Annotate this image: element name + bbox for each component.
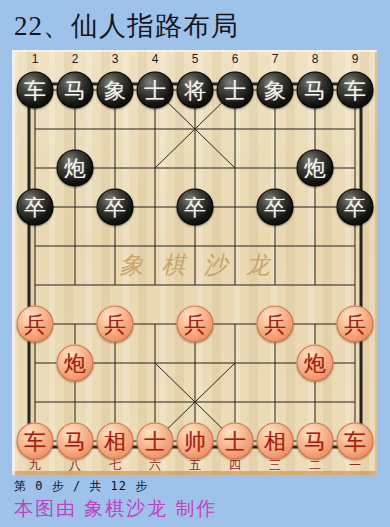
piece-red-车-f1r9[interactable]: 车 [17, 423, 54, 460]
file-label-bottom-3: 七 [109, 459, 121, 472]
file-label-bottom-5: 五 [189, 459, 201, 472]
file-label-top-5: 5 [192, 53, 199, 66]
piece-red-相-f7r9[interactable]: 相 [257, 423, 294, 460]
file-label-top-7: 7 [272, 53, 279, 66]
piece-red-帅-f5r9[interactable]: 帅 [177, 423, 214, 460]
piece-black-马-f2r0[interactable]: 马 [57, 72, 94, 109]
piece-black-卒-f7r3[interactable]: 卒 [257, 189, 294, 226]
piece-red-相-f3r9[interactable]: 相 [97, 423, 134, 460]
piece-black-将-f5r0[interactable]: 将 [177, 72, 214, 109]
file-label-bottom-6: 四 [229, 459, 241, 472]
move-counter: 第 0 步 / 共 12 步 [14, 478, 148, 495]
file-label-top-8: 8 [312, 53, 319, 66]
board: 象棋沙龙 123456789九八七六五四三二一车马象士将士象马车炮炮卒卒卒卒卒兵… [12, 50, 377, 475]
credit-text: 本图由 象棋沙龙 制作 [14, 496, 218, 522]
piece-red-兵-f3r6[interactable]: 兵 [97, 306, 134, 343]
piece-black-士-f6r0[interactable]: 士 [217, 72, 254, 109]
file-label-bottom-8: 二 [309, 459, 321, 472]
file-label-top-4: 4 [152, 53, 159, 66]
file-label-top-2: 2 [72, 53, 79, 66]
piece-black-卒-f3r3[interactable]: 卒 [97, 189, 134, 226]
page-title: 22、仙人指路布局 [14, 8, 384, 44]
file-label-bottom-1: 九 [29, 459, 41, 472]
file-label-top-6: 6 [232, 53, 239, 66]
piece-black-卒-f5r3[interactable]: 卒 [177, 189, 214, 226]
piece-black-炮-f2r2[interactable]: 炮 [57, 150, 94, 187]
piece-red-士-f4r9[interactable]: 士 [137, 423, 174, 460]
piece-red-兵-f1r6[interactable]: 兵 [17, 306, 54, 343]
piece-black-炮-f8r2[interactable]: 炮 [297, 150, 334, 187]
file-label-top-9: 9 [352, 53, 359, 66]
piece-black-卒-f9r3[interactable]: 卒 [337, 189, 374, 226]
piece-red-炮-f2r7[interactable]: 炮 [57, 345, 94, 382]
piece-red-兵-f7r6[interactable]: 兵 [257, 306, 294, 343]
piece-red-马-f8r9[interactable]: 马 [297, 423, 334, 460]
piece-black-马-f8r0[interactable]: 马 [297, 72, 334, 109]
file-label-bottom-7: 三 [269, 459, 281, 472]
piece-black-车-f9r0[interactable]: 车 [337, 72, 374, 109]
river-watermark: 象棋沙龙 [12, 251, 377, 279]
piece-red-马-f2r9[interactable]: 马 [57, 423, 94, 460]
piece-red-车-f9r9[interactable]: 车 [337, 423, 374, 460]
piece-black-象-f3r0[interactable]: 象 [97, 72, 134, 109]
file-label-top-1: 1 [32, 53, 39, 66]
piece-red-兵-f5r6[interactable]: 兵 [177, 306, 214, 343]
piece-red-士-f6r9[interactable]: 士 [217, 423, 254, 460]
file-label-bottom-4: 六 [149, 459, 161, 472]
piece-black-士-f4r0[interactable]: 士 [137, 72, 174, 109]
piece-red-炮-f8r7[interactable]: 炮 [297, 345, 334, 382]
piece-black-卒-f1r3[interactable]: 卒 [17, 189, 54, 226]
piece-red-兵-f9r6[interactable]: 兵 [337, 306, 374, 343]
file-label-bottom-9: 一 [349, 459, 361, 472]
piece-black-象-f7r0[interactable]: 象 [257, 72, 294, 109]
piece-black-车-f1r0[interactable]: 车 [17, 72, 54, 109]
file-label-bottom-2: 八 [69, 459, 81, 472]
file-label-top-3: 3 [112, 53, 119, 66]
